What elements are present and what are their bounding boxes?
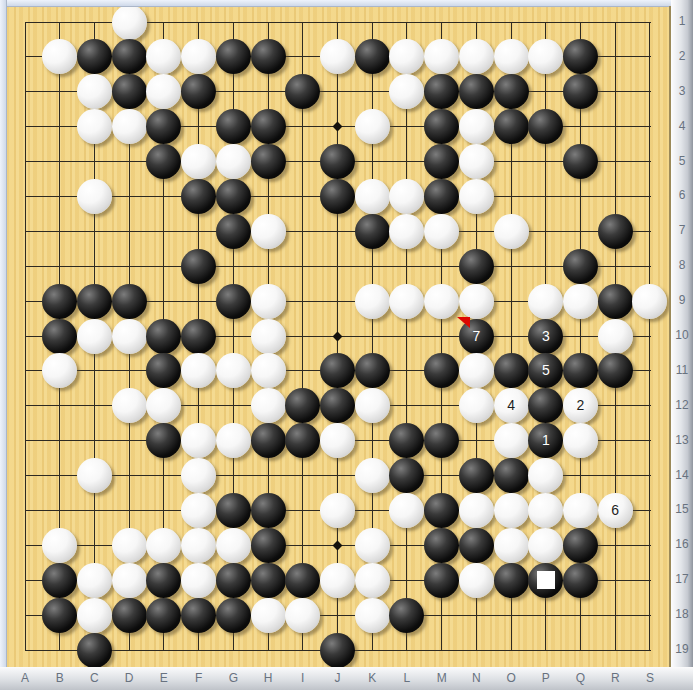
column-label: R (603, 671, 627, 685)
black-stone[interactable] (494, 74, 529, 109)
row-label: 15 (671, 502, 693, 516)
black-stone[interactable] (389, 423, 424, 458)
black-stone[interactable] (216, 284, 251, 319)
black-stone[interactable] (251, 144, 286, 179)
black-stone[interactable] (251, 563, 286, 598)
row-label: 8 (671, 258, 693, 272)
white-stone[interactable] (181, 493, 216, 528)
white-stone[interactable] (112, 528, 147, 563)
black-stone[interactable] (285, 74, 320, 109)
row-label: 14 (671, 468, 693, 482)
black-stone[interactable] (181, 74, 216, 109)
black-stone[interactable] (563, 353, 598, 388)
black-stone[interactable] (355, 353, 390, 388)
white-stone[interactable] (459, 109, 494, 144)
white-stone[interactable] (424, 214, 459, 249)
star-point (333, 540, 343, 550)
white-stone[interactable] (528, 39, 563, 74)
black-stone[interactable] (146, 598, 181, 633)
black-stone[interactable] (563, 249, 598, 284)
white-stone[interactable] (528, 493, 563, 528)
black-stone[interactable] (355, 39, 390, 74)
column-label: P (534, 671, 558, 685)
white-stone[interactable] (389, 493, 424, 528)
white-stone[interactable] (320, 493, 355, 528)
go-game-window: 7354216 ABCDEFGHIJKLMNOPQRS1234567891011… (0, 0, 693, 690)
column-label: C (82, 671, 106, 685)
white-stone[interactable] (389, 284, 424, 319)
white-stone[interactable] (459, 144, 494, 179)
white-stone[interactable] (459, 353, 494, 388)
black-stone[interactable] (77, 284, 112, 319)
black-stone[interactable] (285, 563, 320, 598)
black-stone[interactable] (320, 633, 355, 668)
black-stone[interactable] (424, 74, 459, 109)
black-stone[interactable] (216, 493, 251, 528)
white-stone[interactable] (494, 528, 529, 563)
black-stone[interactable] (598, 284, 633, 319)
column-label: K (360, 671, 384, 685)
black-stone[interactable] (112, 74, 147, 109)
black-stone[interactable] (216, 39, 251, 74)
black-stone[interactable] (424, 423, 459, 458)
black-stone[interactable] (563, 74, 598, 109)
black-stone[interactable] (459, 249, 494, 284)
white-stone[interactable] (181, 423, 216, 458)
move-number-label: 3 (528, 319, 563, 354)
white-stone[interactable] (181, 563, 216, 598)
white-stone[interactable] (216, 353, 251, 388)
black-stone[interactable] (112, 284, 147, 319)
white-stone[interactable] (146, 528, 181, 563)
white-stone[interactable] (181, 353, 216, 388)
white-stone[interactable] (77, 598, 112, 633)
row-label: 17 (671, 572, 693, 586)
column-label: D (117, 671, 141, 685)
black-stone[interactable] (494, 458, 529, 493)
black-stone[interactable] (251, 39, 286, 74)
white-stone[interactable] (181, 39, 216, 74)
black-stone[interactable] (389, 598, 424, 633)
black-stone[interactable] (181, 598, 216, 633)
column-label: J (325, 671, 349, 685)
black-stone[interactable] (424, 144, 459, 179)
black-stone[interactable] (424, 179, 459, 214)
white-stone[interactable] (285, 598, 320, 633)
black-stone[interactable] (181, 249, 216, 284)
white-stone[interactable] (181, 144, 216, 179)
white-stone[interactable] (77, 179, 112, 214)
black-stone[interactable] (42, 319, 77, 354)
black-stone[interactable] (251, 109, 286, 144)
white-stone[interactable] (424, 39, 459, 74)
black-stone[interactable] (181, 319, 216, 354)
black-stone[interactable] (424, 109, 459, 144)
row-label: 9 (671, 293, 693, 307)
black-stone[interactable] (146, 353, 181, 388)
white-stone[interactable] (42, 528, 77, 563)
black-stone[interactable] (320, 179, 355, 214)
white-stone[interactable] (112, 5, 147, 40)
white-stone[interactable] (77, 74, 112, 109)
white-stone[interactable] (251, 214, 286, 249)
white-stone[interactable] (77, 458, 112, 493)
black-stone[interactable] (146, 423, 181, 458)
black-stone[interactable] (216, 598, 251, 633)
column-label: Q (569, 671, 593, 685)
black-stone[interactable] (459, 528, 494, 563)
black-stone[interactable] (563, 39, 598, 74)
black-stone[interactable] (216, 179, 251, 214)
grid-line-vertical (406, 22, 407, 651)
black-stone[interactable]: 1 (528, 423, 563, 458)
black-stone[interactable] (146, 144, 181, 179)
white-stone[interactable] (77, 563, 112, 598)
column-label: L (395, 671, 419, 685)
column-label: M (430, 671, 454, 685)
white-stone[interactable] (146, 39, 181, 74)
white-stone[interactable]: 4 (494, 388, 529, 423)
white-stone[interactable] (355, 458, 390, 493)
white-stone[interactable] (355, 388, 390, 423)
white-stone[interactable] (355, 598, 390, 633)
black-stone[interactable] (146, 319, 181, 354)
white-stone[interactable] (181, 458, 216, 493)
white-stone[interactable] (112, 109, 147, 144)
black-stone[interactable] (320, 353, 355, 388)
black-stone[interactable] (563, 144, 598, 179)
column-label: S (638, 671, 662, 685)
grid-line-vertical (25, 22, 26, 651)
row-label: 4 (671, 119, 693, 133)
black-stone[interactable]: 3 (528, 319, 563, 354)
white-stone[interactable] (320, 39, 355, 74)
white-stone[interactable] (389, 74, 424, 109)
white-stone[interactable] (459, 493, 494, 528)
row-label: 11 (671, 363, 693, 377)
white-stone[interactable] (632, 284, 667, 319)
white-stone[interactable] (563, 493, 598, 528)
black-stone[interactable] (424, 528, 459, 563)
white-stone[interactable] (251, 319, 286, 354)
grid-line-vertical (649, 22, 650, 651)
white-stone[interactable] (251, 388, 286, 423)
row-label: 12 (671, 398, 693, 412)
column-label: O (499, 671, 523, 685)
black-stone[interactable] (563, 528, 598, 563)
black-stone[interactable] (424, 353, 459, 388)
row-label: 13 (671, 433, 693, 447)
black-stone[interactable] (459, 74, 494, 109)
black-stone[interactable] (355, 214, 390, 249)
star-point (333, 122, 343, 132)
move-number-label: 4 (494, 388, 529, 423)
grid-line-horizontal (25, 266, 651, 267)
white-stone[interactable] (42, 353, 77, 388)
black-stone[interactable] (251, 528, 286, 563)
window-border-top (0, 0, 693, 7)
white-stone[interactable] (494, 423, 529, 458)
black-stone[interactable] (216, 214, 251, 249)
column-label: H (256, 671, 280, 685)
column-label: A (13, 671, 37, 685)
black-stone[interactable] (494, 563, 529, 598)
white-stone[interactable] (459, 284, 494, 319)
white-stone[interactable] (112, 319, 147, 354)
black-stone[interactable] (598, 214, 633, 249)
white-stone[interactable] (563, 284, 598, 319)
white-stone[interactable] (424, 284, 459, 319)
black-stone[interactable] (494, 109, 529, 144)
black-stone[interactable] (42, 284, 77, 319)
row-label: 16 (671, 537, 693, 551)
black-stone[interactable] (598, 353, 633, 388)
black-stone[interactable] (112, 598, 147, 633)
row-label: 2 (671, 49, 693, 63)
white-stone[interactable] (355, 528, 390, 563)
white-stone[interactable] (355, 284, 390, 319)
white-stone[interactable] (459, 179, 494, 214)
black-stone[interactable] (424, 563, 459, 598)
white-stone[interactable] (251, 284, 286, 319)
white-stone[interactable] (146, 74, 181, 109)
white-stone[interactable] (216, 423, 251, 458)
move-number-label: 1 (528, 423, 563, 458)
white-stone[interactable] (216, 144, 251, 179)
grid-line-horizontal (25, 231, 651, 232)
column-label: I (291, 671, 315, 685)
black-stone[interactable] (528, 388, 563, 423)
column-label: B (48, 671, 72, 685)
white-stone[interactable] (494, 214, 529, 249)
row-label: 10 (671, 328, 693, 342)
black-stone[interactable]: 5 (528, 353, 563, 388)
black-stone[interactable] (42, 598, 77, 633)
white-stone[interactable] (459, 39, 494, 74)
white-stone[interactable] (528, 458, 563, 493)
red-triangle-marker (457, 317, 470, 328)
white-stone[interactable] (528, 528, 563, 563)
row-label: 19 (671, 642, 693, 656)
white-stone[interactable] (355, 179, 390, 214)
white-stone[interactable]: 2 (563, 388, 598, 423)
white-square-marker (537, 571, 555, 589)
white-stone[interactable] (355, 109, 390, 144)
white-stone[interactable] (459, 388, 494, 423)
black-stone[interactable] (146, 109, 181, 144)
white-stone[interactable] (216, 528, 251, 563)
white-stone[interactable] (494, 493, 529, 528)
column-label: E (152, 671, 176, 685)
white-stone[interactable] (77, 319, 112, 354)
move-number-label: 6 (598, 493, 633, 528)
black-stone[interactable] (320, 144, 355, 179)
column-label: N (464, 671, 488, 685)
black-stone[interactable] (77, 39, 112, 74)
row-label: 6 (671, 188, 693, 202)
white-stone[interactable] (42, 39, 77, 74)
white-stone[interactable] (598, 319, 633, 354)
white-stone[interactable] (528, 284, 563, 319)
white-stone[interactable] (112, 388, 147, 423)
white-stone[interactable] (459, 563, 494, 598)
black-stone[interactable] (320, 388, 355, 423)
black-stone[interactable] (424, 493, 459, 528)
black-stone[interactable] (77, 633, 112, 668)
black-stone[interactable] (216, 563, 251, 598)
move-number-label: 5 (528, 353, 563, 388)
black-stone[interactable] (146, 563, 181, 598)
white-stone[interactable] (320, 423, 355, 458)
black-stone[interactable] (216, 109, 251, 144)
white-stone[interactable] (146, 388, 181, 423)
black-stone[interactable] (528, 109, 563, 144)
white-stone[interactable] (77, 109, 112, 144)
row-label: 5 (671, 154, 693, 168)
white-stone[interactable] (181, 528, 216, 563)
black-stone[interactable] (285, 423, 320, 458)
white-stone[interactable] (251, 353, 286, 388)
window-border-left (0, 0, 7, 667)
black-stone[interactable] (112, 39, 147, 74)
row-label: 1 (671, 14, 693, 28)
star-point (333, 331, 343, 341)
column-label: F (187, 671, 211, 685)
white-stone[interactable] (389, 179, 424, 214)
move-number-label: 2 (563, 388, 598, 423)
row-label: 3 (671, 84, 693, 98)
white-stone[interactable] (320, 563, 355, 598)
white-stone[interactable]: 6 (598, 493, 633, 528)
black-stone[interactable] (181, 179, 216, 214)
row-label: 7 (671, 223, 693, 237)
column-label: G (221, 671, 245, 685)
black-stone[interactable] (251, 423, 286, 458)
black-stone[interactable] (42, 563, 77, 598)
black-stone[interactable] (285, 388, 320, 423)
black-stone[interactable] (389, 458, 424, 493)
white-stone[interactable] (389, 214, 424, 249)
black-stone[interactable] (251, 493, 286, 528)
white-stone[interactable] (563, 423, 598, 458)
white-stone[interactable] (355, 563, 390, 598)
grid-line-vertical (302, 22, 303, 651)
white-stone[interactable] (251, 598, 286, 633)
white-stone[interactable] (494, 39, 529, 74)
black-stone[interactable] (494, 353, 529, 388)
black-stone[interactable] (563, 563, 598, 598)
black-stone[interactable] (459, 458, 494, 493)
white-stone[interactable] (112, 563, 147, 598)
white-stone[interactable] (389, 39, 424, 74)
row-label: 18 (671, 607, 693, 621)
